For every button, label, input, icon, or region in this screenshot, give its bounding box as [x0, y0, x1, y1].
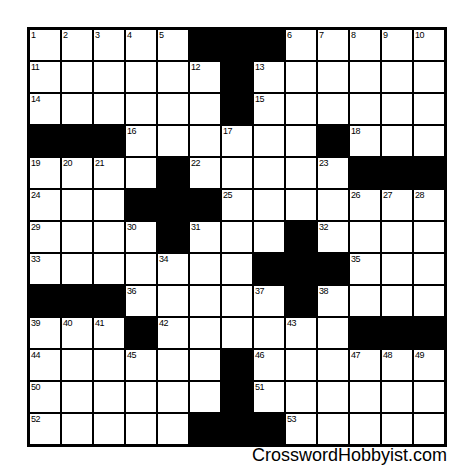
grid-cell[interactable]: 52	[30, 414, 60, 444]
clue-number: 53	[287, 414, 296, 424]
black-cell	[30, 286, 60, 316]
grid-cell[interactable]: 19	[30, 158, 60, 188]
clue-number: 39	[31, 318, 40, 328]
black-cell	[222, 62, 252, 92]
black-cell	[350, 158, 380, 188]
grid-cell[interactable]	[222, 318, 252, 348]
grid-cell[interactable]: 23	[318, 158, 348, 188]
site-watermark: CrosswordHobbyist.com	[252, 445, 447, 466]
black-cell	[414, 158, 444, 188]
clue-number: 37	[255, 286, 264, 296]
grid-cell[interactable]	[222, 222, 252, 252]
clue-number: 2	[63, 30, 68, 40]
grid-cell[interactable]: 30	[126, 222, 156, 252]
grid-cell[interactable]	[190, 94, 220, 124]
black-cell	[94, 126, 124, 156]
grid-cell[interactable]	[382, 414, 412, 444]
grid-cell[interactable]: 1	[30, 30, 60, 60]
clue-number: 6	[287, 30, 292, 40]
grid-cell[interactable]: 35	[350, 254, 380, 284]
grid-cell[interactable]	[318, 382, 348, 412]
black-cell	[286, 286, 316, 316]
grid-cell[interactable]	[94, 190, 124, 220]
grid-cell[interactable]	[222, 286, 252, 316]
grid-cell[interactable]: 11	[30, 62, 60, 92]
grid-cell[interactable]	[382, 382, 412, 412]
grid-cell[interactable]: 45	[126, 350, 156, 380]
clue-number: 47	[351, 350, 360, 360]
grid-cell[interactable]	[94, 414, 124, 444]
clue-number: 29	[31, 222, 40, 232]
clue-number: 46	[255, 350, 264, 360]
clue-number: 14	[31, 94, 40, 104]
grid-cell[interactable]	[382, 222, 412, 252]
grid-cell[interactable]: 8	[350, 30, 380, 60]
grid-cell[interactable]	[190, 286, 220, 316]
clue-number: 33	[31, 254, 40, 264]
grid-cell[interactable]: 21	[94, 158, 124, 188]
grid-cell[interactable]	[286, 62, 316, 92]
clue-number: 24	[31, 190, 40, 200]
clue-number: 5	[159, 30, 164, 40]
clue-number: 18	[351, 126, 360, 136]
grid-cell[interactable]	[62, 190, 92, 220]
grid-cell[interactable]: 10	[414, 30, 444, 60]
black-cell	[62, 286, 92, 316]
grid-cell[interactable]: 28	[414, 190, 444, 220]
grid-cell[interactable]: 24	[30, 190, 60, 220]
grid-cell[interactable]: 38	[318, 286, 348, 316]
grid-cell[interactable]: 2	[62, 30, 92, 60]
grid-cell[interactable]	[126, 254, 156, 284]
grid-cell[interactable]: 53	[286, 414, 316, 444]
grid-cell[interactable]	[94, 254, 124, 284]
grid-cell[interactable]	[286, 350, 316, 380]
grid-cell[interactable]	[254, 222, 284, 252]
black-cell	[318, 254, 348, 284]
grid-cell[interactable]	[414, 254, 444, 284]
grid-cell[interactable]	[94, 382, 124, 412]
grid-cell[interactable]	[190, 350, 220, 380]
grid-cell[interactable]	[190, 318, 220, 348]
grid-cell[interactable]: 40	[62, 318, 92, 348]
grid-cell[interactable]	[382, 286, 412, 316]
grid-cell[interactable]: 20	[62, 158, 92, 188]
grid-cell[interactable]	[126, 158, 156, 188]
clue-number: 3	[95, 30, 100, 40]
grid-cell[interactable]	[286, 94, 316, 124]
clue-number: 8	[351, 30, 356, 40]
black-cell	[350, 318, 380, 348]
grid-cell[interactable]: 48	[382, 350, 412, 380]
black-cell	[382, 318, 412, 348]
black-cell	[126, 318, 156, 348]
clue-number: 48	[383, 350, 392, 360]
black-cell	[30, 126, 60, 156]
black-cell	[318, 126, 348, 156]
black-cell	[222, 350, 252, 380]
grid-cell[interactable]	[62, 382, 92, 412]
clue-number: 1	[31, 30, 36, 40]
grid-cell[interactable]: 36	[126, 286, 156, 316]
clue-number: 41	[95, 318, 104, 328]
grid-cell[interactable]: 41	[94, 318, 124, 348]
clue-number: 22	[191, 158, 200, 168]
grid-cell[interactable]	[254, 318, 284, 348]
grid-cell[interactable]: 32	[318, 222, 348, 252]
grid-cell[interactable]: 34	[158, 254, 188, 284]
black-cell	[62, 126, 92, 156]
clue-number: 16	[127, 126, 136, 136]
clue-number: 13	[255, 62, 264, 72]
grid-cell[interactable]	[382, 126, 412, 156]
black-cell	[382, 158, 412, 188]
grid-cell[interactable]: 6	[286, 30, 316, 60]
grid-cell[interactable]	[94, 350, 124, 380]
clue-number: 17	[223, 126, 232, 136]
grid-cell[interactable]: 18	[350, 126, 380, 156]
grid-cell[interactable]: 13	[254, 62, 284, 92]
clue-number: 40	[63, 318, 72, 328]
grid-cell[interactable]: 29	[30, 222, 60, 252]
grid-cell[interactable]: 4	[126, 30, 156, 60]
grid-cell[interactable]	[414, 414, 444, 444]
grid-cell[interactable]	[318, 190, 348, 220]
grid-cell[interactable]: 49	[414, 350, 444, 380]
grid-cell[interactable]	[254, 158, 284, 188]
black-cell	[286, 222, 316, 252]
grid-cell[interactable]	[414, 286, 444, 316]
black-cell	[254, 414, 284, 444]
clue-number: 38	[319, 286, 328, 296]
clue-number: 12	[191, 62, 200, 72]
grid-cell[interactable]	[158, 94, 188, 124]
clue-number: 20	[63, 158, 72, 168]
clue-number: 44	[31, 350, 40, 360]
grid-cell[interactable]	[190, 254, 220, 284]
grid-cell[interactable]	[254, 126, 284, 156]
grid-cell[interactable]	[382, 62, 412, 92]
grid-cell[interactable]	[158, 414, 188, 444]
clue-number: 52	[31, 414, 40, 424]
grid-cell[interactable]	[62, 94, 92, 124]
grid-cell[interactable]	[318, 414, 348, 444]
clue-number: 11	[31, 62, 39, 72]
clue-number: 7	[319, 30, 324, 40]
clue-number: 25	[223, 190, 232, 200]
grid-cell[interactable]: 33	[30, 254, 60, 284]
grid-cell[interactable]	[126, 414, 156, 444]
crossword-grid: 1234567891011121314151617181920212223242…	[30, 30, 444, 444]
grid-cell[interactable]	[62, 414, 92, 444]
grid-cell[interactable]: 7	[318, 30, 348, 60]
clue-number: 21	[95, 158, 104, 168]
grid-cell[interactable]: 39	[30, 318, 60, 348]
grid-cell[interactable]: 37	[254, 286, 284, 316]
black-cell	[190, 30, 220, 60]
grid-cell[interactable]	[62, 222, 92, 252]
clue-number: 43	[287, 318, 296, 328]
clue-number: 45	[127, 350, 136, 360]
grid-cell[interactable]	[94, 222, 124, 252]
crossword-page: 1234567891011121314151617181920212223242…	[0, 0, 474, 474]
grid-cell[interactable]	[158, 382, 188, 412]
black-cell	[414, 318, 444, 348]
grid-cell[interactable]	[350, 414, 380, 444]
clue-number: 26	[351, 190, 360, 200]
clue-number: 15	[255, 94, 264, 104]
clue-number: 28	[415, 190, 424, 200]
grid-cell[interactable]	[318, 350, 348, 380]
grid-cell[interactable]	[158, 350, 188, 380]
clue-number: 50	[31, 382, 40, 392]
grid-cell[interactable]: 42	[158, 318, 188, 348]
clue-number: 30	[127, 222, 136, 232]
crossword-grid-frame: 1234567891011121314151617181920212223242…	[27, 27, 447, 447]
black-cell	[222, 414, 252, 444]
grid-cell[interactable]: 14	[30, 94, 60, 124]
grid-cell[interactable]: 16	[126, 126, 156, 156]
black-cell	[286, 254, 316, 284]
grid-cell[interactable]	[222, 254, 252, 284]
grid-cell[interactable]: 44	[30, 350, 60, 380]
clue-number: 31	[191, 222, 200, 232]
grid-cell[interactable]: 5	[158, 30, 188, 60]
grid-cell[interactable]	[414, 222, 444, 252]
grid-cell[interactable]	[62, 350, 92, 380]
grid-cell[interactable]	[350, 286, 380, 316]
grid-cell[interactable]	[286, 190, 316, 220]
grid-cell[interactable]	[350, 222, 380, 252]
clue-number: 23	[319, 158, 328, 168]
grid-cell[interactable]	[350, 94, 380, 124]
grid-cell[interactable]: 51	[254, 382, 284, 412]
black-cell	[190, 190, 220, 220]
black-cell	[158, 158, 188, 188]
grid-cell[interactable]	[126, 62, 156, 92]
clue-number: 27	[383, 190, 392, 200]
grid-cell[interactable]	[382, 94, 412, 124]
grid-cell[interactable]	[190, 126, 220, 156]
grid-cell[interactable]	[286, 382, 316, 412]
grid-cell[interactable]	[126, 94, 156, 124]
clue-number: 9	[383, 30, 388, 40]
black-cell	[126, 190, 156, 220]
grid-cell[interactable]: 47	[350, 350, 380, 380]
black-cell	[190, 414, 220, 444]
grid-cell[interactable]	[350, 62, 380, 92]
black-cell	[94, 286, 124, 316]
clue-number: 42	[159, 318, 168, 328]
grid-cell[interactable]	[286, 126, 316, 156]
black-cell	[222, 30, 252, 60]
clue-number: 51	[255, 382, 264, 392]
grid-cell[interactable]	[62, 62, 92, 92]
black-cell	[254, 254, 284, 284]
black-cell	[158, 190, 188, 220]
grid-cell[interactable]	[414, 126, 444, 156]
grid-cell[interactable]: 17	[222, 126, 252, 156]
clue-number: 32	[319, 222, 328, 232]
black-cell	[158, 222, 188, 252]
grid-cell[interactable]: 26	[350, 190, 380, 220]
grid-cell[interactable]	[318, 62, 348, 92]
grid-cell[interactable]	[126, 382, 156, 412]
grid-cell[interactable]	[158, 62, 188, 92]
grid-cell[interactable]	[158, 286, 188, 316]
grid-cell[interactable]: 9	[382, 30, 412, 60]
clue-number: 10	[415, 30, 424, 40]
grid-cell[interactable]	[94, 94, 124, 124]
grid-cell[interactable]: 25	[222, 190, 252, 220]
grid-cell[interactable]: 12	[190, 62, 220, 92]
clue-number: 35	[351, 254, 360, 264]
grid-cell[interactable]	[350, 382, 380, 412]
black-cell	[222, 382, 252, 412]
grid-cell[interactable]	[94, 62, 124, 92]
grid-cell[interactable]	[190, 382, 220, 412]
grid-cell[interactable]	[414, 94, 444, 124]
grid-cell[interactable]	[382, 254, 412, 284]
grid-cell[interactable]	[318, 318, 348, 348]
grid-cell[interactable]: 15	[254, 94, 284, 124]
grid-cell[interactable]	[318, 94, 348, 124]
clue-number: 36	[127, 286, 136, 296]
grid-cell[interactable]	[222, 158, 252, 188]
grid-cell[interactable]	[286, 158, 316, 188]
grid-cell[interactable]	[62, 254, 92, 284]
grid-cell[interactable]: 3	[94, 30, 124, 60]
clue-number: 4	[127, 30, 132, 40]
black-cell	[254, 30, 284, 60]
black-cell	[222, 94, 252, 124]
grid-cell[interactable]: 31	[190, 222, 220, 252]
grid-cell[interactable]: 50	[30, 382, 60, 412]
clue-number: 34	[159, 254, 168, 264]
clue-number: 49	[415, 350, 424, 360]
grid-cell[interactable]	[414, 62, 444, 92]
grid-cell[interactable]: 43	[286, 318, 316, 348]
grid-cell[interactable]: 27	[382, 190, 412, 220]
grid-cell[interactable]: 46	[254, 350, 284, 380]
grid-cell[interactable]	[414, 382, 444, 412]
grid-cell[interactable]	[158, 126, 188, 156]
grid-cell[interactable]: 22	[190, 158, 220, 188]
clue-number: 19	[31, 158, 40, 168]
grid-cell[interactable]	[254, 190, 284, 220]
